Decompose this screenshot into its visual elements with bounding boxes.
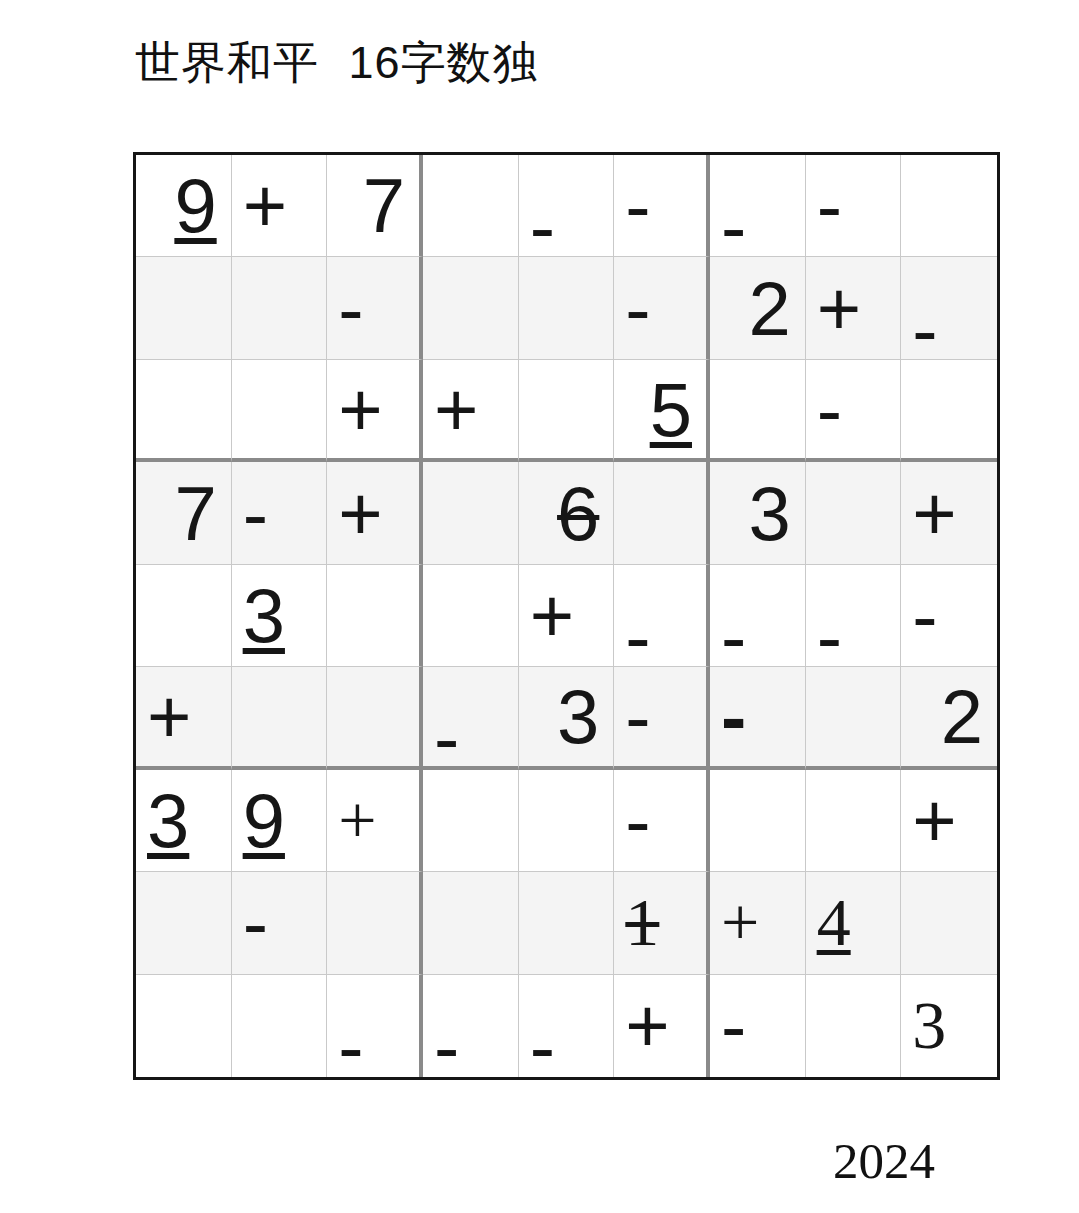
minus-glyph: - — [625, 162, 650, 249]
cell-r5c6: - — [614, 565, 710, 667]
cell-r6c4: - — [423, 667, 519, 769]
puzzle-title: 世界和平 16字数独 — [135, 33, 539, 93]
cell-r8c9 — [901, 872, 997, 974]
plus-glyph: + — [817, 265, 861, 352]
cell-r6c3 — [327, 667, 423, 769]
cell-r3c5 — [519, 360, 615, 462]
cell-r4c4 — [423, 462, 519, 564]
cell-r2c1 — [136, 257, 232, 359]
cell-r3c6: 5 — [614, 360, 710, 462]
cell-r2c9: - — [901, 257, 997, 359]
minus-glyph: - — [912, 572, 937, 659]
digit-glyph: 9 — [243, 777, 285, 864]
digit-glyph: 1 — [625, 883, 659, 962]
cell-r3c7 — [710, 360, 806, 462]
plus-glyph: + — [434, 366, 478, 453]
cell-r4c7: 3 — [710, 462, 806, 564]
cell-r7c6: - — [614, 770, 710, 872]
cell-r4c6 — [614, 462, 710, 564]
cell-r2c5 — [519, 257, 615, 359]
plus-glyph: + — [912, 777, 956, 864]
cell-r9c4: - — [423, 975, 519, 1077]
digit-glyph: 3 — [557, 673, 599, 760]
cell-r1c3: 7 — [327, 155, 423, 257]
cell-r5c8: - — [806, 565, 902, 667]
minus-glyph: - — [721, 673, 746, 760]
low-dash-glyph: - — [530, 1003, 555, 1090]
cell-r7c5 — [519, 770, 615, 872]
cell-r4c2: - — [232, 462, 328, 564]
cell-r7c1: 3 — [136, 770, 232, 872]
digit-glyph: 3 — [243, 572, 285, 659]
cell-r4c5: 6 — [519, 462, 615, 564]
cell-r9c2 — [232, 975, 328, 1077]
cell-r2c4 — [423, 257, 519, 359]
digit-glyph: 7 — [363, 162, 405, 249]
cell-r2c8: + — [806, 257, 902, 359]
plus-glyph: + — [625, 982, 669, 1069]
cell-r6c6: - — [614, 667, 710, 769]
cell-r6c5: 3 — [519, 667, 615, 769]
cell-r1c2: + — [232, 155, 328, 257]
minus-glyph: - — [721, 982, 746, 1069]
digit-glyph: 6 — [557, 470, 599, 557]
cell-r5c1 — [136, 565, 232, 667]
cell-r1c9 — [901, 155, 997, 257]
digit-glyph: 2 — [941, 673, 983, 760]
cell-r8c3 — [327, 872, 423, 974]
minus-glyph: - — [338, 265, 363, 352]
cell-r8c1 — [136, 872, 232, 974]
cell-r3c3: + — [327, 360, 423, 462]
cell-r5c9: - — [901, 565, 997, 667]
digit-glyph: 3 — [748, 470, 790, 557]
cell-r2c2 — [232, 257, 328, 359]
cell-r8c5 — [519, 872, 615, 974]
cell-r7c8 — [806, 770, 902, 872]
cell-r7c7 — [710, 770, 806, 872]
digit-glyph: 2 — [748, 265, 790, 352]
cell-r6c2 — [232, 667, 328, 769]
cell-r8c4 — [423, 872, 519, 974]
cell-r7c2: 9 — [232, 770, 328, 872]
cell-r9c1 — [136, 975, 232, 1077]
cell-r1c4 — [423, 155, 519, 257]
cell-r1c8: - — [806, 155, 902, 257]
footer-year: 2024 — [833, 1132, 935, 1190]
plus-glyph: + — [147, 673, 191, 760]
minus-glyph: - — [625, 777, 650, 864]
minus-glyph: - — [625, 673, 650, 760]
digit-glyph: 7 — [174, 470, 216, 557]
cell-r8c8: 4 — [806, 872, 902, 974]
cell-r9c6: + — [614, 975, 710, 1077]
cell-r6c9: 2 — [901, 667, 997, 769]
cell-r9c5: - — [519, 975, 615, 1077]
digit-glyph: 3 — [147, 777, 189, 864]
cell-r7c3: + — [327, 770, 423, 872]
cell-r6c8 — [806, 667, 902, 769]
cell-r5c2: 3 — [232, 565, 328, 667]
low-dash-glyph: - — [434, 1003, 459, 1090]
cell-r3c8: - — [806, 360, 902, 462]
minus-glyph: - — [817, 366, 842, 453]
cell-r9c9: 3 — [901, 975, 997, 1077]
plus-glyph: + — [338, 470, 382, 557]
plus-glyph: + — [530, 572, 574, 659]
plus-glyph: + — [912, 470, 956, 557]
sudoku-board: 9+7------2+-++5-7-+63+3+----+-3--239+-+-… — [133, 152, 1000, 1080]
cell-r6c1: + — [136, 667, 232, 769]
cell-r9c7: - — [710, 975, 806, 1077]
cell-r1c1: 9 — [136, 155, 232, 257]
cell-r3c2 — [232, 360, 328, 462]
plus-glyph: + — [243, 162, 287, 249]
cell-r4c9: + — [901, 462, 997, 564]
cell-r8c6: 1 — [614, 872, 710, 974]
minus-glyph: - — [817, 162, 842, 249]
digit-glyph: 9 — [174, 162, 216, 249]
minus-glyph: - — [243, 879, 268, 966]
cell-r8c7: + — [710, 872, 806, 974]
cell-r6c7: - — [710, 667, 806, 769]
cell-r9c3: - — [327, 975, 423, 1077]
cell-r1c6: - — [614, 155, 710, 257]
low-dash-glyph: - — [434, 693, 459, 780]
minus-glyph: - — [625, 265, 650, 352]
cell-r5c5: + — [519, 565, 615, 667]
digit-glyph: 4 — [817, 883, 851, 962]
cell-r5c7: - — [710, 565, 806, 667]
cell-r7c4 — [423, 770, 519, 872]
cell-r7c9: + — [901, 770, 997, 872]
cell-r5c3 — [327, 565, 423, 667]
cell-r1c7: - — [710, 155, 806, 257]
plus-glyph: + — [338, 781, 376, 860]
cell-r9c8 — [806, 975, 902, 1077]
digit-glyph: 3 — [912, 986, 946, 1065]
plus-glyph: + — [721, 883, 759, 962]
cell-r3c9 — [901, 360, 997, 462]
cell-r2c3: - — [327, 257, 423, 359]
plus-glyph: + — [338, 366, 382, 453]
cell-r3c1 — [136, 360, 232, 462]
cell-r2c7: 2 — [710, 257, 806, 359]
cell-r4c3: + — [327, 462, 423, 564]
cell-r4c1: 7 — [136, 462, 232, 564]
low-dash-glyph: - — [338, 1003, 363, 1090]
cell-r8c2: - — [232, 872, 328, 974]
cell-r3c4: + — [423, 360, 519, 462]
cell-r2c6: - — [614, 257, 710, 359]
minus-glyph: - — [243, 470, 268, 557]
cell-r1c5: - — [519, 155, 615, 257]
cell-r4c8 — [806, 462, 902, 564]
cell-r5c4 — [423, 565, 519, 667]
digit-glyph: 5 — [650, 366, 692, 453]
